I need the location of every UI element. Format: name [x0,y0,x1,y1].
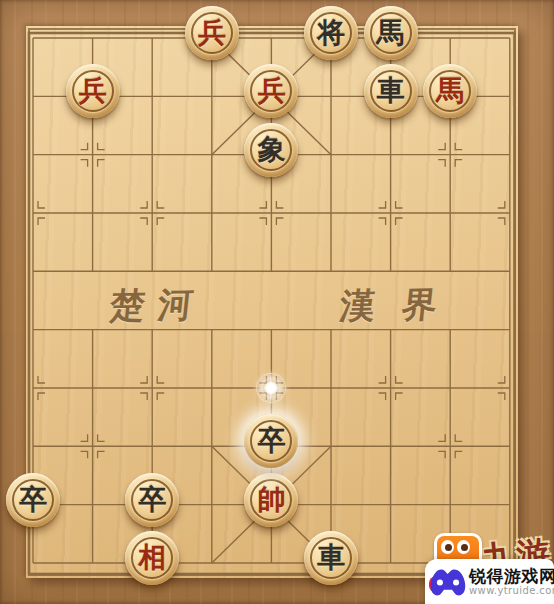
piece-character: 兵 [185,6,239,60]
piece-character: 相 [125,531,179,585]
piece-character: 馬 [423,64,477,118]
piece-black-soldier[interactable]: 卒 [6,473,60,527]
river-label-right: 漢界 [337,281,466,330]
piece-black-chariot[interactable]: 車 [304,531,358,585]
piece-character: 象 [244,123,298,177]
piece-red-soldier[interactable]: 兵 [244,64,298,118]
site-url: www.ytruide.com [469,586,554,597]
piece-character: 兵 [66,64,120,118]
mascot-eye-icon [441,540,454,554]
piece-black-horse[interactable]: 馬 [364,6,418,60]
site-watermark-box: 锐得游戏网 www.ytruide.com [425,559,554,604]
xiangqi-board[interactable]: 楚河 漢界 兵将馬兵兵車馬象卒卒卒帥相車 [26,26,518,578]
piece-character: 馬 [364,6,418,60]
piece-red-elephant[interactable]: 相 [125,531,179,585]
river-label-left: 楚河 [107,281,208,330]
piece-black-soldier[interactable]: 卒 [125,473,179,527]
piece-character: 兵 [244,64,298,118]
piece-red-soldier[interactable]: 兵 [185,6,239,60]
piece-black-soldier[interactable]: 卒 [244,414,298,468]
piece-character: 卒 [244,414,298,468]
piece-black-elephant[interactable]: 象 [244,123,298,177]
piece-character: 車 [304,531,358,585]
move-origin-marker [254,371,288,405]
site-name: 锐得游戏网 [469,568,554,586]
gamepad-icon [429,567,467,599]
piece-red-horse[interactable]: 馬 [423,64,477,118]
piece-character: 卒 [6,473,60,527]
piece-character: 将 [304,6,358,60]
piece-red-general[interactable]: 帥 [244,473,298,527]
piece-red-soldier[interactable]: 兵 [66,64,120,118]
piece-black-general[interactable]: 将 [304,6,358,60]
mascot-eye-icon [457,540,470,554]
xiangqi-app-screen: 楚河 漢界 兵将馬兵兵車馬象卒卒卒帥相車 九游 锐得游戏网 www.ytruid… [0,0,554,604]
piece-character: 帥 [244,473,298,527]
piece-black-chariot[interactable]: 車 [364,64,418,118]
piece-character: 車 [364,64,418,118]
piece-character: 卒 [125,473,179,527]
